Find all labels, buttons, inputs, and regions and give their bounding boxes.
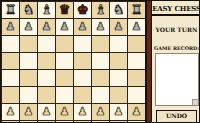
chess-board: ♜♞♝♛♚♝♞♜♟♟♟♟♟♟♟♟♟♟♟♟♟♟♟♟♜♞♝♛♚♝♞♜	[1, 1, 146, 123]
square-b4[interactable]	[20, 70, 37, 86]
piece-black-pawn[interactable]: ♟	[78, 19, 88, 35]
square-f6[interactable]	[92, 36, 109, 52]
square-h2[interactable]: ♟	[128, 104, 145, 120]
piece-black-rook[interactable]: ♜	[5, 2, 17, 18]
piece-white-pawn[interactable]: ♟	[60, 104, 70, 120]
piece-white-pawn[interactable]: ♟	[24, 104, 34, 120]
square-b5[interactable]	[20, 53, 37, 69]
piece-white-bishop[interactable]: ♝	[95, 121, 107, 123]
square-d4[interactable]	[56, 70, 73, 86]
square-f5[interactable]	[92, 53, 109, 69]
square-h3[interactable]	[128, 87, 145, 103]
square-c4[interactable]	[38, 70, 55, 86]
square-e4[interactable]	[74, 70, 91, 86]
square-e7[interactable]: ♟	[74, 19, 91, 35]
square-h5[interactable]	[128, 53, 145, 69]
square-b8[interactable]: ♞	[20, 2, 37, 18]
square-d2[interactable]: ♟	[56, 104, 73, 120]
square-c8[interactable]: ♝	[38, 2, 55, 18]
turn-status: YOUR TURN	[156, 26, 198, 33]
square-e5[interactable]	[74, 53, 91, 69]
square-f2[interactable]: ♟	[92, 104, 109, 120]
square-e6[interactable]	[74, 36, 91, 52]
piece-black-pawn[interactable]: ♟	[42, 19, 52, 35]
piece-black-pawn[interactable]: ♟	[132, 19, 142, 35]
square-c2[interactable]: ♟	[38, 104, 55, 120]
square-d6[interactable]	[56, 36, 73, 52]
square-f7[interactable]: ♟	[92, 19, 109, 35]
square-e2[interactable]: ♟	[74, 104, 91, 120]
square-d5[interactable]	[56, 53, 73, 69]
square-g7[interactable]: ♟	[110, 19, 127, 35]
square-d8[interactable]: ♛	[56, 2, 73, 18]
square-a2[interactable]: ♟	[2, 104, 19, 120]
square-g3[interactable]	[110, 87, 127, 103]
square-g4[interactable]	[110, 70, 127, 86]
piece-white-knight[interactable]: ♞	[23, 121, 35, 123]
side-panel: EASY CHESS YOUR TURN GAME RECORD: UNDO	[152, 1, 200, 123]
square-g8[interactable]: ♞	[110, 2, 127, 18]
piece-black-bishop[interactable]: ♝	[95, 2, 107, 18]
square-a6[interactable]	[2, 36, 19, 52]
piece-black-pawn[interactable]: ♟	[96, 19, 106, 35]
square-c6[interactable]	[38, 36, 55, 52]
piece-black-bishop[interactable]: ♝	[41, 2, 53, 18]
square-b7[interactable]: ♟	[20, 19, 37, 35]
piece-black-pawn[interactable]: ♟	[114, 19, 124, 35]
square-f4[interactable]	[92, 70, 109, 86]
game-record-box[interactable]	[155, 53, 199, 106]
square-g1[interactable]: ♞	[110, 121, 127, 123]
piece-black-pawn[interactable]: ♟	[60, 19, 70, 35]
piece-white-pawn[interactable]: ♟	[78, 104, 88, 120]
piece-black-rook[interactable]: ♜	[131, 2, 143, 18]
scrollbar-down-arrow-icon[interactable]	[192, 99, 198, 105]
piece-white-pawn[interactable]: ♟	[42, 104, 52, 120]
piece-white-pawn[interactable]: ♟	[96, 104, 106, 120]
game-record-label: GAME RECORD:	[154, 45, 199, 51]
piece-black-king[interactable]: ♚	[77, 2, 89, 18]
square-e3[interactable]	[74, 87, 91, 103]
square-a7[interactable]: ♟	[2, 19, 19, 35]
square-f8[interactable]: ♝	[92, 2, 109, 18]
square-h7[interactable]: ♟	[128, 19, 145, 35]
piece-white-pawn[interactable]: ♟	[6, 104, 16, 120]
board-grid: ♜♞♝♛♚♝♞♜♟♟♟♟♟♟♟♟♟♟♟♟♟♟♟♟♜♞♝♛♚♝♞♜	[1, 1, 145, 123]
piece-white-rook[interactable]: ♜	[131, 121, 143, 123]
square-c7[interactable]: ♟	[38, 19, 55, 35]
undo-button[interactable]: UNDO	[156, 110, 197, 123]
square-e8[interactable]: ♚	[74, 2, 91, 18]
square-g2[interactable]: ♟	[110, 104, 127, 120]
square-d3[interactable]	[56, 87, 73, 103]
square-a5[interactable]	[2, 53, 19, 69]
square-e1[interactable]: ♚	[74, 121, 91, 123]
piece-black-pawn[interactable]: ♟	[24, 19, 34, 35]
square-b2[interactable]: ♟	[20, 104, 37, 120]
square-d1[interactable]: ♛	[56, 121, 73, 123]
piece-white-pawn[interactable]: ♟	[132, 104, 142, 120]
square-f1[interactable]: ♝	[92, 121, 109, 123]
square-b6[interactable]	[20, 36, 37, 52]
square-h4[interactable]	[128, 70, 145, 86]
square-b3[interactable]	[20, 87, 37, 103]
square-f3[interactable]	[92, 87, 109, 103]
square-d7[interactable]: ♟	[56, 19, 73, 35]
piece-white-rook[interactable]: ♜	[5, 121, 17, 123]
square-g5[interactable]	[110, 53, 127, 69]
piece-white-king[interactable]: ♚	[77, 121, 89, 123]
piece-white-pawn[interactable]: ♟	[114, 104, 124, 120]
square-c5[interactable]	[38, 53, 55, 69]
square-a3[interactable]	[2, 87, 19, 103]
piece-white-knight[interactable]: ♞	[113, 121, 125, 123]
square-h6[interactable]	[128, 36, 145, 52]
piece-black-pawn[interactable]: ♟	[6, 19, 16, 35]
piece-black-queen[interactable]: ♛	[59, 2, 71, 18]
square-a4[interactable]	[2, 70, 19, 86]
piece-black-knight[interactable]: ♞	[113, 2, 125, 18]
easy-chess-app: ♜♞♝♛♚♝♞♜♟♟♟♟♟♟♟♟♟♟♟♟♟♟♟♟♜♞♝♛♚♝♞♜ EASY CH…	[0, 0, 200, 123]
square-a8[interactable]: ♜	[2, 2, 19, 18]
game-title: EASY CHESS	[152, 4, 200, 16]
piece-white-bishop[interactable]: ♝	[41, 121, 53, 123]
square-g6[interactable]	[110, 36, 127, 52]
piece-black-knight[interactable]: ♞	[23, 2, 35, 18]
square-h8[interactable]: ♜	[128, 2, 145, 18]
square-h1[interactable]: ♜	[128, 121, 145, 123]
square-b1[interactable]: ♞	[20, 121, 37, 123]
piece-white-queen[interactable]: ♛	[59, 121, 71, 123]
square-c3[interactable]	[38, 87, 55, 103]
square-c1[interactable]: ♝	[38, 121, 55, 123]
square-a1[interactable]: ♜	[2, 121, 19, 123]
